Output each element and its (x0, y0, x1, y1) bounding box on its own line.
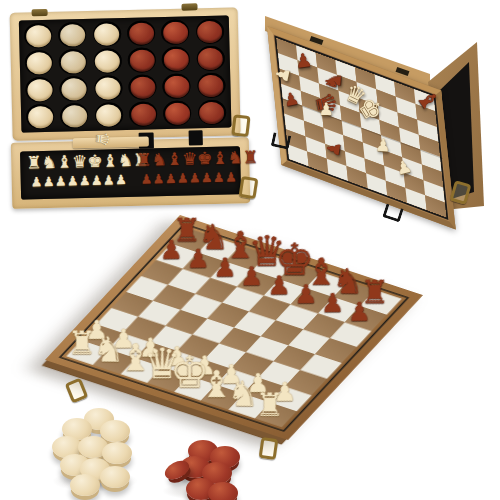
stored-chess-piece: ♟ (177, 172, 189, 185)
checker-piece (197, 20, 223, 43)
chess-piece-glyph: ♟ (241, 263, 264, 289)
checker-hole (94, 75, 123, 101)
checker-hole (93, 48, 122, 74)
stored-chess-piece: ♟ (31, 175, 43, 188)
light-checker-pile (50, 402, 142, 498)
checker-piece (164, 48, 190, 71)
tray-white-majors: ♜♞♝♛♚♝♞♜ (26, 152, 130, 172)
chess-piece-glyph: ♜ (256, 389, 285, 421)
checker-hole (128, 74, 157, 100)
hinge-icon (181, 3, 197, 10)
chess-piece-glyph: ♟ (325, 140, 344, 158)
checker-piece (100, 420, 130, 442)
stored-chess-piece: ♟ (91, 174, 103, 187)
lid-foam-insert (19, 16, 232, 133)
chess-piece-glyph: ♟ (273, 66, 293, 84)
checker-hole (25, 77, 54, 103)
chess-piece-glyph: ♟ (375, 137, 391, 155)
checker-hole (60, 76, 89, 102)
hinge-icon (32, 9, 48, 16)
box-lid (10, 7, 241, 141)
checker-hole (25, 50, 54, 76)
stored-chess-piece: ♝ (102, 152, 118, 169)
stored-chess-piece: ♟ (67, 174, 79, 187)
checker-hole (196, 46, 225, 72)
checker-piece (163, 21, 189, 44)
chessboard-grid: ♜♞♝♛♚♝♞♜♟♟♟♟♟♟♟♟♟♟♟♟♟♟♟♟♜♞♝♛♚♝♞♜ (66, 228, 401, 428)
red-checker-pile (158, 436, 242, 498)
checker-piece (198, 74, 224, 97)
checker-hole (24, 23, 53, 49)
chess-piece-glyph: ♟ (348, 298, 371, 324)
checker-piece (26, 51, 52, 74)
checker-hole (198, 100, 227, 126)
stored-chess-piece: ♟ (79, 174, 91, 187)
stored-chess-piece: ♟ (225, 170, 237, 183)
checker-piece (208, 482, 238, 500)
checker-hole (26, 104, 55, 130)
stored-chess-piece: ♟ (189, 171, 201, 184)
chess-piece-glyph: ♟ (214, 254, 237, 280)
checker-piece (27, 78, 53, 101)
checker-hole (163, 100, 192, 126)
chess-piece-glyph: ♟ (282, 90, 300, 110)
checker-hole (197, 73, 226, 99)
checker-piece (130, 76, 156, 99)
tray-white-pawns: ♟♟♟♟♟♟♟♟ (31, 173, 127, 188)
stored-chess-piece: ♝ (57, 153, 73, 170)
tray-dark-pawns: ♟♟♟♟♟♟♟♟ (141, 170, 237, 185)
checker-piece (198, 47, 224, 70)
chess-piece-glyph: ♟ (187, 245, 210, 271)
checker-hole (163, 73, 192, 99)
stored-chess-piece: ♞ (228, 149, 244, 166)
stored-chess-piece: ♛ (182, 150, 198, 167)
checker-piece (129, 49, 155, 72)
chess-piece-glyph: ♟ (318, 101, 333, 118)
stored-chess-piece: ♟ (201, 171, 213, 184)
stored-chess-piece: ♟ (55, 175, 67, 188)
checker-piece (28, 105, 54, 128)
chess-piece-glyph: ♟ (395, 158, 414, 178)
stored-chess-piece: ♟ (153, 172, 165, 185)
checker-hole (127, 20, 156, 46)
checker-piece (95, 50, 121, 73)
checker-piece (199, 101, 225, 124)
folded-magnetic-board: ♟♟♞♟♛♟♛♚♝♟♟♟ (252, 4, 498, 220)
checker-hole (59, 49, 88, 75)
stored-chess-piece: ♚ (87, 153, 103, 170)
checker-hole (129, 101, 158, 127)
stored-chess-piece: ♛ (72, 153, 88, 170)
latch-clasp-icon (259, 437, 279, 460)
stored-chess-piece: ♜ (26, 154, 42, 171)
checker-piece (165, 102, 191, 125)
chess-piece-glyph: ♞ (228, 377, 259, 412)
checker-piece (61, 78, 87, 101)
checker-storage-grid (21, 18, 230, 131)
chess-piece-glyph: ♟ (160, 236, 183, 262)
checker-piece (164, 75, 190, 98)
stored-chess-piece: ♟ (165, 172, 177, 185)
loose-chess-piece: ♛ (93, 131, 111, 148)
stored-chess-piece: ♟ (213, 171, 225, 184)
open-storage-box: ♜♞♝♛♚♝♞♜ ♟♟♟♟♟♟♟♟ ♜♞♝♛♚♝♞♜ ♟♟♟♟♟♟♟♟ ♛ (4, 3, 255, 215)
checker-hole (95, 102, 124, 128)
checker-piece (129, 22, 155, 45)
stored-chess-piece: ♝ (212, 150, 228, 167)
chess-piece-glyph: ♟ (294, 50, 314, 71)
stored-chess-piece: ♟ (103, 173, 115, 186)
stored-chess-piece: ♜ (136, 151, 152, 168)
latch-clasp-icon (231, 114, 250, 137)
chess-piece-glyph: ♟ (321, 290, 344, 316)
chess-piece-glyph: ♝ (412, 85, 443, 115)
checker-hole (161, 19, 190, 45)
elastic-strap (189, 130, 203, 145)
chess-piece-glyph: ♟ (268, 272, 291, 298)
checker-piece (61, 51, 87, 74)
checker-piece (96, 104, 122, 127)
checker-piece (102, 442, 132, 464)
stored-chess-piece: ♞ (41, 154, 57, 171)
checker-piece (96, 77, 122, 100)
checker-hole (58, 22, 87, 48)
checker-piece (60, 24, 86, 47)
checker-hole (128, 47, 157, 73)
stored-chess-piece: ♚ (197, 150, 213, 167)
checker-piece (131, 103, 157, 126)
tray-dark-majors: ♜♞♝♛♚♝♞♜ (136, 149, 240, 169)
stored-chess-piece: ♞ (118, 152, 134, 169)
stored-chess-piece: ♝ (167, 151, 183, 168)
chess-piece-glyph: ♟ (294, 281, 317, 307)
checker-piece (100, 466, 130, 488)
stored-chess-piece: ♟ (43, 175, 55, 188)
chess-piece-glyph: ♞ (322, 71, 345, 92)
latch-clasp-icon (65, 378, 89, 404)
checker-hole (196, 19, 225, 45)
checker-hole (60, 103, 89, 129)
checker-piece (26, 24, 52, 47)
product-photo-stage: ♜♞♝♛♚♝♞♜ ♟♟♟♟♟♟♟♟ ♜♞♝♛♚♝♞♜ ♟♟♟♟♟♟♟♟ ♛ ♟♟… (0, 0, 500, 500)
checker-piece (62, 105, 88, 128)
checker-hole (162, 46, 191, 72)
stored-chess-piece: ♞ (151, 151, 167, 168)
stored-chess-piece: ♟ (115, 173, 127, 186)
stored-chess-piece: ♟ (141, 172, 153, 185)
checker-hole (93, 21, 122, 47)
chess-piece-glyph: ♜ (67, 327, 96, 359)
checker-piece (94, 23, 120, 46)
checker-piece (70, 474, 100, 496)
